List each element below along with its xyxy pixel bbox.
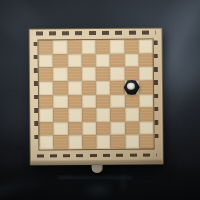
square-f2 [111, 122, 125, 136]
square-e7 [96, 54, 110, 68]
square-c2 [68, 122, 82, 136]
square-g6 [124, 67, 138, 81]
square-e2 [96, 122, 110, 136]
square-e1 [96, 135, 110, 149]
square-b4 [53, 95, 67, 109]
square-f1 [111, 135, 125, 149]
square-d1 [82, 135, 96, 149]
square-b2 [54, 122, 68, 136]
square-a3 [39, 108, 53, 122]
square-b5 [53, 81, 67, 95]
square-a2 [39, 122, 53, 136]
square-d8 [81, 40, 95, 54]
chess-box: ♟ [28, 27, 163, 178]
square-h2 [139, 121, 153, 135]
square-d2 [82, 122, 96, 136]
square-c6 [67, 67, 81, 81]
square-d3 [82, 108, 96, 122]
chess-board: ♟ [28, 27, 163, 165]
square-a1 [39, 136, 53, 150]
square-d4 [82, 94, 96, 108]
square-b1 [54, 136, 68, 150]
square-f7 [110, 53, 124, 67]
square-b8 [53, 40, 67, 54]
square-c7 [67, 54, 81, 68]
square-g8 [124, 40, 138, 54]
square-b6 [53, 67, 67, 81]
square-g2 [125, 121, 139, 135]
finger-joint-marks-bottom [37, 153, 157, 158]
square-e4 [96, 94, 110, 108]
square-d7 [81, 54, 95, 68]
square-c8 [67, 40, 81, 54]
square-g1 [125, 135, 139, 149]
square-h1 [139, 135, 153, 149]
square-g3 [125, 108, 139, 122]
square-f8 [110, 40, 124, 54]
square-e8 [96, 40, 110, 54]
square-b7 [53, 54, 67, 68]
square-h8 [138, 40, 152, 54]
square-a4 [39, 95, 53, 109]
square-a6 [39, 68, 53, 82]
square-f6 [110, 67, 124, 81]
square-h3 [139, 108, 153, 122]
square-e5 [96, 81, 110, 95]
square-g7 [124, 53, 138, 67]
square-h6 [139, 67, 153, 81]
square-d5 [82, 81, 96, 95]
square-e6 [96, 67, 110, 81]
square-c3 [68, 108, 82, 122]
square-c1 [68, 135, 82, 149]
square-b3 [53, 108, 67, 122]
square-a7 [39, 54, 53, 68]
square-g5: ♟ [124, 81, 138, 95]
playing-area: ♟ [38, 38, 155, 150]
square-h7 [138, 53, 152, 67]
square-c5 [67, 81, 81, 95]
square-a5 [39, 81, 53, 95]
board-grid: ♟ [39, 40, 154, 150]
square-a8 [39, 40, 53, 54]
finger-joint-marks-top [36, 30, 156, 35]
square-f3 [110, 108, 124, 122]
square-d6 [82, 67, 96, 81]
square-e3 [96, 108, 110, 122]
scene: ♟ [0, 0, 200, 200]
square-c4 [68, 95, 82, 109]
